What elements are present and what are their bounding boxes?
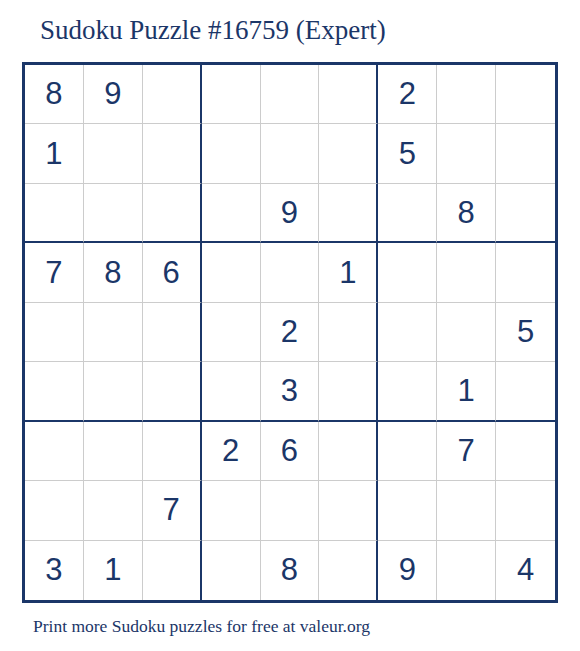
cell-r4c2[interactable]: 8 [84, 243, 143, 302]
cell-r6c8[interactable]: 1 [437, 362, 496, 421]
cell-r7c2[interactable] [84, 422, 143, 481]
cell-r9c9[interactable]: 4 [496, 541, 555, 600]
cell-r7c4[interactable]: 2 [202, 422, 261, 481]
cell-r9c6[interactable] [319, 541, 378, 600]
cell-r9c2[interactable]: 1 [84, 541, 143, 600]
cell-r6c9[interactable] [496, 362, 555, 421]
sudoku-board: 892159878612531267731894 [22, 62, 558, 603]
cell-r8c7[interactable] [378, 481, 437, 540]
cell-r3c8[interactable]: 8 [437, 184, 496, 243]
cell-r8c8[interactable] [437, 481, 496, 540]
footer-text: Print more Sudoku puzzles for free at va… [33, 615, 370, 637]
cell-r9c1[interactable]: 3 [25, 541, 84, 600]
cell-r1c4[interactable] [202, 65, 261, 124]
cell-r7c7[interactable] [378, 422, 437, 481]
cell-r2c6[interactable] [319, 124, 378, 183]
page-title: Sudoku Puzzle #16759 (Expert) [40, 14, 386, 46]
cell-r1c2[interactable]: 9 [84, 65, 143, 124]
cell-r3c4[interactable] [202, 184, 261, 243]
cell-r8c5[interactable] [261, 481, 320, 540]
cell-r5c2[interactable] [84, 303, 143, 362]
cell-r3c2[interactable] [84, 184, 143, 243]
cell-r6c6[interactable] [319, 362, 378, 421]
cell-r2c9[interactable] [496, 124, 555, 183]
cell-r3c7[interactable] [378, 184, 437, 243]
cell-r3c3[interactable] [143, 184, 202, 243]
cell-r3c5[interactable]: 9 [261, 184, 320, 243]
cell-r2c5[interactable] [261, 124, 320, 183]
cell-r3c9[interactable] [496, 184, 555, 243]
cell-r9c5[interactable]: 8 [261, 541, 320, 600]
cell-r6c3[interactable] [143, 362, 202, 421]
cell-r3c1[interactable] [25, 184, 84, 243]
cell-r2c1[interactable]: 1 [25, 124, 84, 183]
cell-r6c5[interactable]: 3 [261, 362, 320, 421]
cell-r5c5[interactable]: 2 [261, 303, 320, 362]
cell-r9c3[interactable] [143, 541, 202, 600]
cell-r1c9[interactable] [496, 65, 555, 124]
cell-r1c7[interactable]: 2 [378, 65, 437, 124]
cell-r5c7[interactable] [378, 303, 437, 362]
cell-r5c6[interactable] [319, 303, 378, 362]
cell-r2c8[interactable] [437, 124, 496, 183]
cell-r9c7[interactable]: 9 [378, 541, 437, 600]
cell-r4c3[interactable]: 6 [143, 243, 202, 302]
cell-r5c4[interactable] [202, 303, 261, 362]
cell-r4c7[interactable] [378, 243, 437, 302]
cell-r8c3[interactable]: 7 [143, 481, 202, 540]
cell-r1c1[interactable]: 8 [25, 65, 84, 124]
cell-r6c1[interactable] [25, 362, 84, 421]
cell-r7c3[interactable] [143, 422, 202, 481]
cell-r8c9[interactable] [496, 481, 555, 540]
cell-r5c3[interactable] [143, 303, 202, 362]
cell-r4c9[interactable] [496, 243, 555, 302]
cell-r8c4[interactable] [202, 481, 261, 540]
cell-r8c6[interactable] [319, 481, 378, 540]
cell-r9c8[interactable] [437, 541, 496, 600]
cell-r2c4[interactable] [202, 124, 261, 183]
cell-r5c1[interactable] [25, 303, 84, 362]
cell-r7c5[interactable]: 6 [261, 422, 320, 481]
cell-r7c9[interactable] [496, 422, 555, 481]
cell-r4c4[interactable] [202, 243, 261, 302]
cell-r1c8[interactable] [437, 65, 496, 124]
cell-r2c7[interactable]: 5 [378, 124, 437, 183]
cell-r7c1[interactable] [25, 422, 84, 481]
cell-r4c6[interactable]: 1 [319, 243, 378, 302]
cell-r5c8[interactable] [437, 303, 496, 362]
cell-r2c2[interactable] [84, 124, 143, 183]
cell-r3c6[interactable] [319, 184, 378, 243]
cell-r6c4[interactable] [202, 362, 261, 421]
cell-r2c3[interactable] [143, 124, 202, 183]
cell-r9c4[interactable] [202, 541, 261, 600]
cell-r1c3[interactable] [143, 65, 202, 124]
cell-r8c2[interactable] [84, 481, 143, 540]
cell-r6c2[interactable] [84, 362, 143, 421]
cell-r6c7[interactable] [378, 362, 437, 421]
cell-r8c1[interactable] [25, 481, 84, 540]
cell-r7c6[interactable] [319, 422, 378, 481]
cell-r5c9[interactable]: 5 [496, 303, 555, 362]
cell-r4c8[interactable] [437, 243, 496, 302]
cell-r1c5[interactable] [261, 65, 320, 124]
cell-r4c5[interactable] [261, 243, 320, 302]
cell-r4c1[interactable]: 7 [25, 243, 84, 302]
cell-r7c8[interactable]: 7 [437, 422, 496, 481]
cell-r1c6[interactable] [319, 65, 378, 124]
